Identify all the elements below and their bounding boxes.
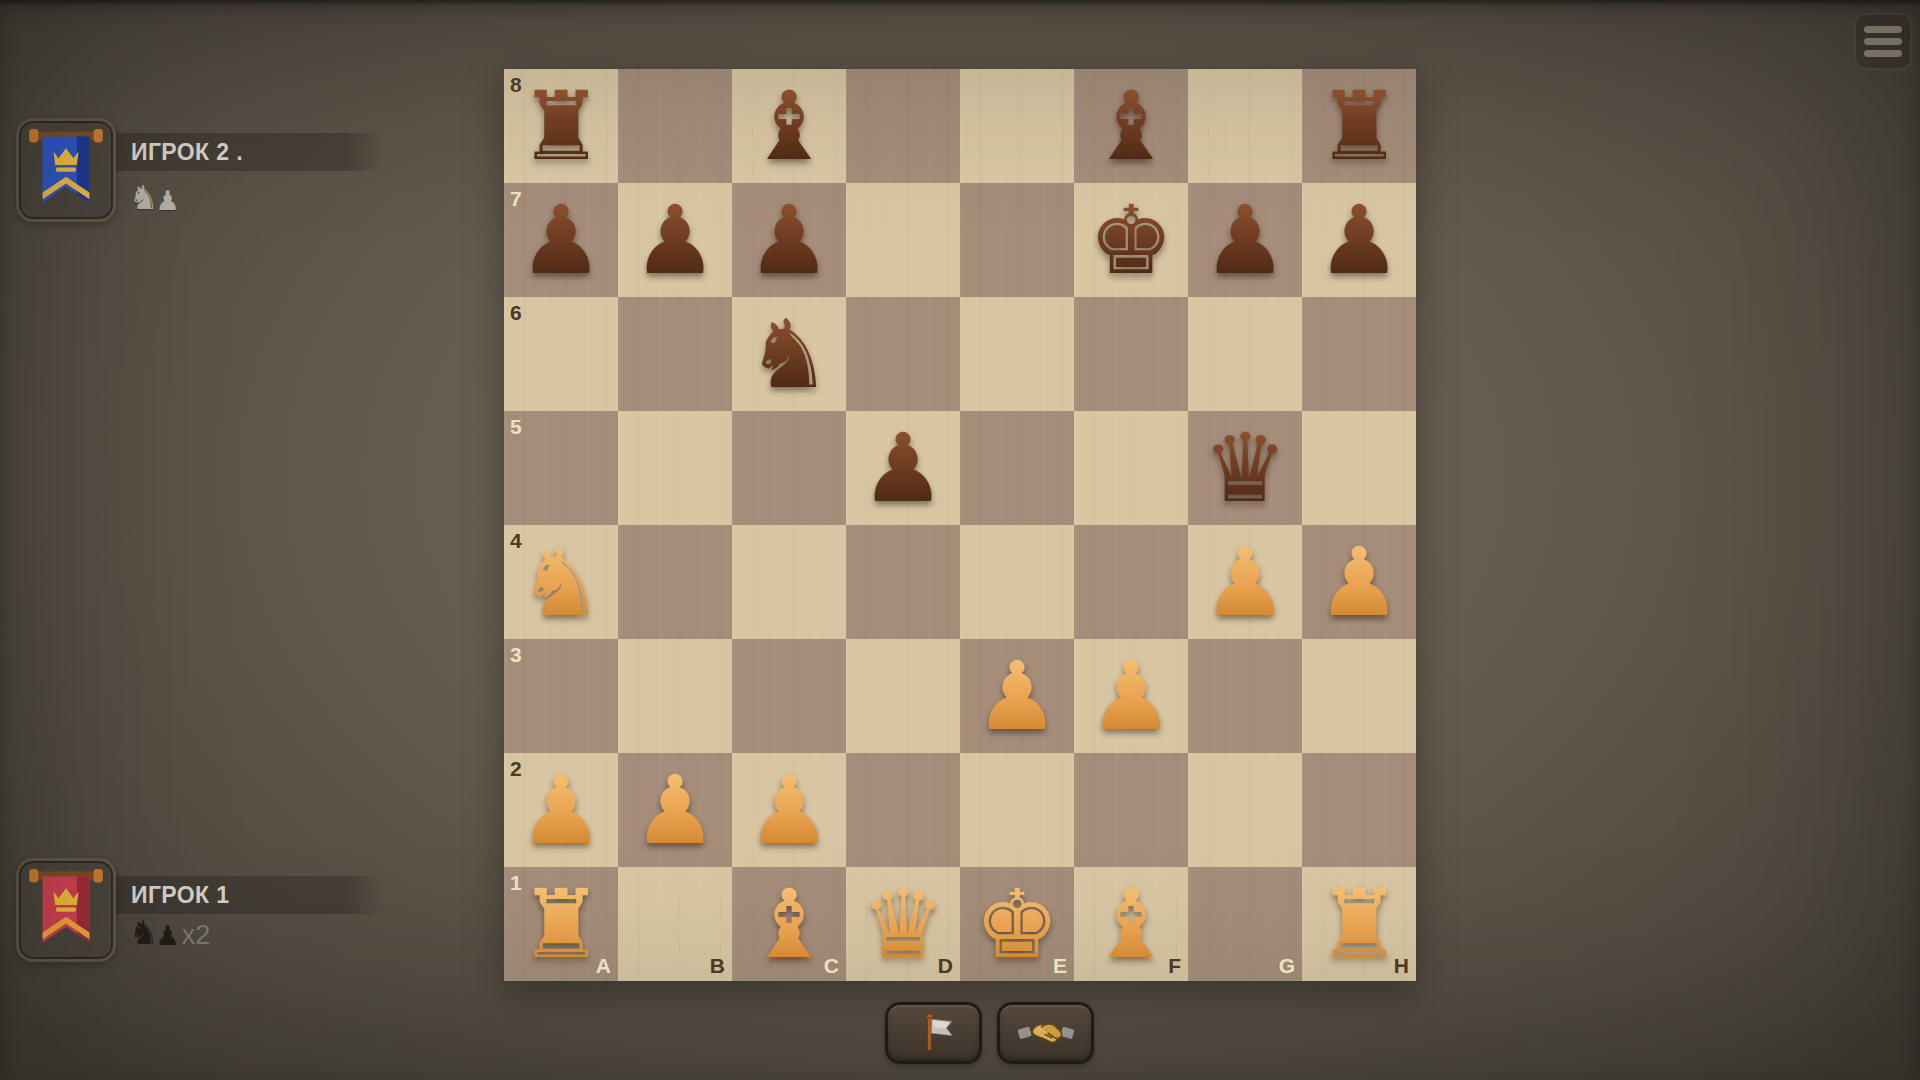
- rank-label: 1: [510, 872, 522, 893]
- file-label: A: [596, 955, 611, 976]
- square-c6[interactable]: ♞: [732, 297, 846, 411]
- player1-name: ИГРОК 1: [131, 876, 230, 914]
- square-f4[interactable]: [1074, 525, 1188, 639]
- square-g5[interactable]: ♛: [1188, 411, 1302, 525]
- player2-name: ИГРОК 2 .: [131, 133, 243, 171]
- rank-label: 4: [510, 530, 522, 551]
- file-label: G: [1279, 955, 1295, 976]
- player2-captured-pieces: ♞♟: [129, 181, 180, 214]
- file-label: H: [1394, 955, 1409, 976]
- black-pawn[interactable]: ♟: [1316, 183, 1401, 297]
- square-c2[interactable]: ♟: [732, 753, 846, 867]
- rank-label: 7: [510, 188, 522, 209]
- square-g8[interactable]: [1188, 69, 1302, 183]
- white-rook[interactable]: ♜: [1316, 867, 1401, 981]
- rank-label: 8: [510, 74, 522, 95]
- square-a3[interactable]: 3: [504, 639, 618, 753]
- chess-board: 8♜♝♝♜7♟♟♟♚♟♟6♞5♟♛4♞♟♟3♟♟2♟♟♟1A♜BC♝D♛E♚F♝…: [504, 69, 1416, 981]
- white-pawn[interactable]: ♟: [746, 753, 831, 867]
- square-d2[interactable]: [846, 753, 960, 867]
- square-a5[interactable]: 5: [504, 411, 618, 525]
- menu-button[interactable]: [1854, 13, 1912, 70]
- square-f2[interactable]: [1074, 753, 1188, 867]
- square-e4[interactable]: [960, 525, 1074, 639]
- player2-avatar: [16, 118, 116, 222]
- square-b1[interactable]: B: [618, 867, 732, 981]
- square-g1[interactable]: G: [1188, 867, 1302, 981]
- white-pawn[interactable]: ♟: [518, 753, 603, 867]
- rank-label: 6: [510, 302, 522, 323]
- square-c1[interactable]: C♝: [732, 867, 846, 981]
- square-c8[interactable]: ♝: [732, 69, 846, 183]
- white-bishop[interactable]: ♝: [1088, 867, 1173, 981]
- black-rook[interactable]: ♜: [518, 69, 603, 183]
- square-a7[interactable]: 7♟: [504, 183, 618, 297]
- square-f3[interactable]: ♟: [1074, 639, 1188, 753]
- square-g3[interactable]: [1188, 639, 1302, 753]
- square-f7[interactable]: ♚: [1074, 183, 1188, 297]
- black-knight[interactable]: ♞: [746, 297, 831, 411]
- square-a6[interactable]: 6: [504, 297, 618, 411]
- black-pawn[interactable]: ♟: [632, 183, 717, 297]
- black-pawn[interactable]: ♟: [860, 411, 945, 525]
- resign-button[interactable]: [885, 1002, 982, 1064]
- square-b8[interactable]: [618, 69, 732, 183]
- rank-label: 3: [510, 644, 522, 665]
- square-c5[interactable]: [732, 411, 846, 525]
- white-pawn[interactable]: ♟: [1316, 525, 1401, 639]
- file-label: F: [1168, 955, 1181, 976]
- black-bishop[interactable]: ♝: [746, 69, 831, 183]
- black-pawn[interactable]: ♟: [1202, 183, 1287, 297]
- red-banner-crown-icon: [24, 864, 108, 956]
- square-d3[interactable]: [846, 639, 960, 753]
- square-e6[interactable]: [960, 297, 1074, 411]
- file-label: C: [824, 955, 839, 976]
- square-e5[interactable]: [960, 411, 1074, 525]
- player1-captured-pieces: ♞♟x2: [129, 916, 210, 949]
- square-d4[interactable]: [846, 525, 960, 639]
- blue-banner-crown-icon: [24, 124, 108, 216]
- square-e8[interactable]: [960, 69, 1074, 183]
- square-g2[interactable]: [1188, 753, 1302, 867]
- white-bishop[interactable]: ♝: [746, 867, 831, 981]
- square-f5[interactable]: [1074, 411, 1188, 525]
- square-d8[interactable]: [846, 69, 960, 183]
- black-pawn[interactable]: ♟: [746, 183, 831, 297]
- square-h1[interactable]: H♜: [1302, 867, 1416, 981]
- rank-label: 5: [510, 416, 522, 437]
- square-e7[interactable]: [960, 183, 1074, 297]
- square-h7[interactable]: ♟: [1302, 183, 1416, 297]
- square-d6[interactable]: [846, 297, 960, 411]
- square-d7[interactable]: [846, 183, 960, 297]
- square-a2[interactable]: 2♟: [504, 753, 618, 867]
- captured-pawn-icon: ♟: [156, 922, 180, 949]
- square-e1[interactable]: E♚: [960, 867, 1074, 981]
- square-g6[interactable]: [1188, 297, 1302, 411]
- square-b5[interactable]: [618, 411, 732, 525]
- black-pawn[interactable]: ♟: [518, 183, 603, 297]
- square-d1[interactable]: D♛: [846, 867, 960, 981]
- file-label: D: [938, 955, 953, 976]
- captured-pawn-icon: ♟: [156, 187, 180, 214]
- square-h5[interactable]: [1302, 411, 1416, 525]
- square-c7[interactable]: ♟: [732, 183, 846, 297]
- captured-count: x2: [182, 922, 211, 949]
- square-a8[interactable]: 8♜: [504, 69, 618, 183]
- square-a1[interactable]: 1A♜: [504, 867, 618, 981]
- square-g4[interactable]: ♟: [1188, 525, 1302, 639]
- square-h8[interactable]: ♜: [1302, 69, 1416, 183]
- square-b2[interactable]: ♟: [618, 753, 732, 867]
- square-h2[interactable]: [1302, 753, 1416, 867]
- black-king[interactable]: ♚: [1088, 183, 1173, 297]
- chess-game-screen: ИГРОК 2 . ♞♟ ИГРОК 1 ♞♟x2 8♜♝♝♜7♟♟♟♚♟♟6♞…: [0, 0, 1920, 1080]
- square-a4[interactable]: 4♞: [504, 525, 618, 639]
- draw-button[interactable]: [997, 1002, 1094, 1064]
- square-f1[interactable]: F♝: [1074, 867, 1188, 981]
- captured-knight-icon: ♞: [129, 916, 159, 949]
- white-pawn[interactable]: ♟: [632, 753, 717, 867]
- file-label: E: [1053, 955, 1067, 976]
- square-h6[interactable]: [1302, 297, 1416, 411]
- square-c3[interactable]: [732, 639, 846, 753]
- handshake-icon: [1017, 1012, 1075, 1054]
- square-b7[interactable]: ♟: [618, 183, 732, 297]
- captured-knight-icon: ♞: [129, 181, 159, 214]
- player1-avatar: [16, 858, 116, 962]
- black-rook[interactable]: ♜: [1316, 69, 1401, 183]
- square-f6[interactable]: [1074, 297, 1188, 411]
- square-e2[interactable]: [960, 753, 1074, 867]
- white-pawn[interactable]: ♟: [1088, 639, 1173, 753]
- square-b3[interactable]: [618, 639, 732, 753]
- white-knight[interactable]: ♞: [518, 525, 603, 639]
- white-pawn[interactable]: ♟: [1202, 525, 1287, 639]
- square-d5[interactable]: ♟: [846, 411, 960, 525]
- square-c4[interactable]: [732, 525, 846, 639]
- white-pawn[interactable]: ♟: [974, 639, 1059, 753]
- square-e3[interactable]: ♟: [960, 639, 1074, 753]
- white-queen[interactable]: ♛: [860, 867, 945, 981]
- black-queen[interactable]: ♛: [1202, 411, 1287, 525]
- square-b6[interactable]: [618, 297, 732, 411]
- white-rook[interactable]: ♜: [518, 867, 603, 981]
- file-label: B: [710, 955, 725, 976]
- white-king[interactable]: ♚: [974, 867, 1059, 981]
- square-b4[interactable]: [618, 525, 732, 639]
- rank-label: 2: [510, 758, 522, 779]
- black-bishop[interactable]: ♝: [1088, 69, 1173, 183]
- square-h3[interactable]: [1302, 639, 1416, 753]
- top-shade: [0, 0, 1920, 6]
- white-flag-icon: [911, 1009, 957, 1057]
- square-f8[interactable]: ♝: [1074, 69, 1188, 183]
- square-g7[interactable]: ♟: [1188, 183, 1302, 297]
- square-h4[interactable]: ♟: [1302, 525, 1416, 639]
